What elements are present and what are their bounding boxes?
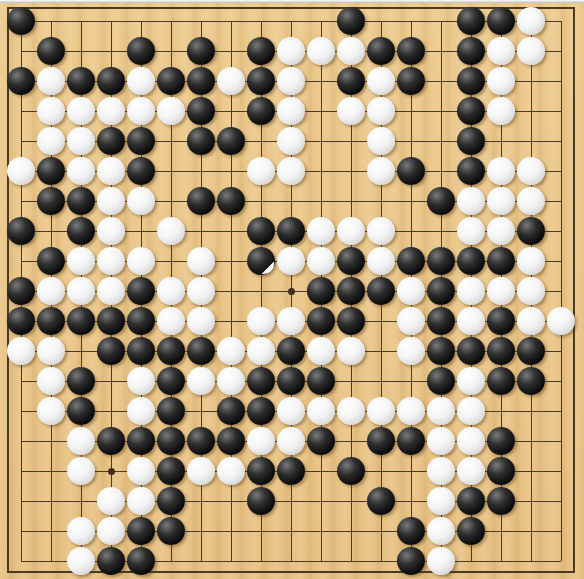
black-stone bbox=[187, 37, 215, 65]
white-stone bbox=[127, 247, 155, 275]
black-stone bbox=[307, 367, 335, 395]
white-stone bbox=[367, 217, 395, 245]
black-stone bbox=[37, 247, 65, 275]
black-stone bbox=[457, 127, 485, 155]
white-stone bbox=[67, 277, 95, 305]
white-stone bbox=[367, 67, 395, 95]
black-stone bbox=[457, 247, 485, 275]
white-stone bbox=[457, 277, 485, 305]
black-stone bbox=[217, 127, 245, 155]
black-stone bbox=[217, 427, 245, 455]
white-stone bbox=[517, 37, 545, 65]
black-stone bbox=[247, 37, 275, 65]
white-stone bbox=[187, 277, 215, 305]
black-stone bbox=[127, 337, 155, 365]
black-stone bbox=[127, 157, 155, 185]
white-stone bbox=[367, 247, 395, 275]
white-stone bbox=[97, 487, 125, 515]
black-stone bbox=[217, 187, 245, 215]
white-stone bbox=[277, 247, 305, 275]
black-stone bbox=[517, 337, 545, 365]
white-stone bbox=[517, 157, 545, 185]
white-stone bbox=[427, 427, 455, 455]
black-stone bbox=[247, 97, 275, 125]
white-stone bbox=[517, 277, 545, 305]
black-stone bbox=[67, 187, 95, 215]
white-stone bbox=[457, 427, 485, 455]
black-stone bbox=[97, 67, 125, 95]
black-stone bbox=[277, 217, 305, 245]
black-stone bbox=[247, 247, 275, 275]
white-stone bbox=[97, 247, 125, 275]
white-stone bbox=[397, 277, 425, 305]
black-stone bbox=[217, 397, 245, 425]
black-stone bbox=[187, 427, 215, 455]
white-stone bbox=[127, 97, 155, 125]
go-board[interactable] bbox=[0, 0, 584, 579]
black-stone bbox=[337, 307, 365, 335]
white-stone bbox=[457, 307, 485, 335]
black-stone bbox=[367, 487, 395, 515]
black-stone bbox=[457, 487, 485, 515]
black-stone bbox=[157, 397, 185, 425]
black-stone bbox=[457, 37, 485, 65]
white-stone bbox=[487, 67, 515, 95]
white-stone bbox=[157, 307, 185, 335]
white-stone bbox=[277, 37, 305, 65]
white-stone bbox=[517, 307, 545, 335]
white-stone bbox=[487, 217, 515, 245]
black-stone bbox=[277, 337, 305, 365]
black-stone bbox=[127, 427, 155, 455]
black-stone bbox=[37, 187, 65, 215]
white-stone bbox=[157, 97, 185, 125]
black-stone bbox=[367, 277, 395, 305]
black-stone bbox=[397, 157, 425, 185]
white-stone bbox=[337, 37, 365, 65]
white-stone bbox=[187, 367, 215, 395]
black-stone bbox=[427, 337, 455, 365]
white-stone bbox=[487, 97, 515, 125]
white-stone bbox=[397, 337, 425, 365]
white-stone bbox=[127, 457, 155, 485]
white-stone bbox=[367, 397, 395, 425]
black-stone bbox=[367, 427, 395, 455]
white-stone bbox=[517, 247, 545, 275]
black-stone bbox=[187, 127, 215, 155]
white-stone bbox=[127, 67, 155, 95]
white-stone bbox=[7, 157, 35, 185]
black-stone bbox=[337, 457, 365, 485]
hoshi-point bbox=[288, 288, 295, 295]
black-stone bbox=[337, 247, 365, 275]
white-stone bbox=[67, 157, 95, 185]
white-stone bbox=[427, 517, 455, 545]
black-stone bbox=[67, 67, 95, 95]
black-stone bbox=[157, 337, 185, 365]
black-stone bbox=[187, 97, 215, 125]
white-stone bbox=[427, 457, 455, 485]
white-stone bbox=[37, 277, 65, 305]
black-stone bbox=[127, 37, 155, 65]
black-stone bbox=[37, 307, 65, 335]
black-stone bbox=[457, 97, 485, 125]
black-stone bbox=[97, 127, 125, 155]
black-stone bbox=[397, 37, 425, 65]
white-stone bbox=[307, 247, 335, 275]
white-stone bbox=[457, 217, 485, 245]
black-stone bbox=[67, 307, 95, 335]
white-stone bbox=[67, 517, 95, 545]
black-stone bbox=[397, 247, 425, 275]
white-stone bbox=[67, 457, 95, 485]
white-stone bbox=[37, 367, 65, 395]
white-stone bbox=[367, 157, 395, 185]
black-stone bbox=[457, 517, 485, 545]
black-stone bbox=[67, 397, 95, 425]
black-stone bbox=[7, 217, 35, 245]
white-stone bbox=[247, 427, 275, 455]
black-stone bbox=[127, 277, 155, 305]
black-stone bbox=[157, 517, 185, 545]
white-stone bbox=[97, 157, 125, 185]
black-stone bbox=[127, 307, 155, 335]
screenshot-stage bbox=[0, 0, 584, 579]
black-stone bbox=[487, 487, 515, 515]
white-stone bbox=[127, 487, 155, 515]
black-stone bbox=[157, 67, 185, 95]
black-stone bbox=[487, 427, 515, 455]
white-stone bbox=[187, 247, 215, 275]
black-stone bbox=[457, 157, 485, 185]
white-stone bbox=[337, 337, 365, 365]
white-stone bbox=[37, 67, 65, 95]
white-stone bbox=[127, 187, 155, 215]
black-stone bbox=[457, 67, 485, 95]
black-stone bbox=[517, 367, 545, 395]
white-stone bbox=[457, 367, 485, 395]
black-stone bbox=[457, 7, 485, 35]
black-stone bbox=[427, 247, 455, 275]
black-stone bbox=[397, 427, 425, 455]
black-stone bbox=[487, 7, 515, 35]
white-stone bbox=[397, 397, 425, 425]
white-stone bbox=[277, 157, 305, 185]
white-stone bbox=[217, 367, 245, 395]
black-stone bbox=[277, 367, 305, 395]
white-stone bbox=[37, 97, 65, 125]
black-stone bbox=[97, 427, 125, 455]
black-stone bbox=[457, 337, 485, 365]
black-stone bbox=[157, 457, 185, 485]
white-stone bbox=[517, 187, 545, 215]
white-stone bbox=[427, 547, 455, 575]
black-stone bbox=[427, 367, 455, 395]
white-stone bbox=[157, 217, 185, 245]
white-stone bbox=[187, 457, 215, 485]
white-stone bbox=[307, 217, 335, 245]
black-stone bbox=[487, 457, 515, 485]
hoshi-point bbox=[108, 468, 115, 475]
grid-line-vertical bbox=[561, 21, 562, 561]
white-stone bbox=[217, 67, 245, 95]
black-stone bbox=[37, 37, 65, 65]
black-stone bbox=[7, 277, 35, 305]
black-stone bbox=[337, 277, 365, 305]
white-stone bbox=[397, 307, 425, 335]
white-stone bbox=[277, 67, 305, 95]
white-stone bbox=[367, 127, 395, 155]
white-stone bbox=[337, 217, 365, 245]
black-stone bbox=[247, 487, 275, 515]
black-stone bbox=[127, 517, 155, 545]
white-stone bbox=[367, 97, 395, 125]
black-stone bbox=[427, 187, 455, 215]
black-stone bbox=[157, 427, 185, 455]
white-stone bbox=[97, 97, 125, 125]
white-stone bbox=[487, 277, 515, 305]
black-stone bbox=[247, 397, 275, 425]
white-stone bbox=[337, 97, 365, 125]
black-stone bbox=[247, 67, 275, 95]
black-stone bbox=[307, 277, 335, 305]
white-stone bbox=[337, 397, 365, 425]
white-stone bbox=[457, 397, 485, 425]
white-stone bbox=[37, 337, 65, 365]
white-stone bbox=[487, 157, 515, 185]
black-stone bbox=[97, 307, 125, 335]
black-stone bbox=[487, 247, 515, 275]
black-stone bbox=[277, 457, 305, 485]
white-stone bbox=[307, 337, 335, 365]
white-stone bbox=[277, 397, 305, 425]
white-stone bbox=[97, 277, 125, 305]
white-stone bbox=[37, 397, 65, 425]
black-stone bbox=[187, 187, 215, 215]
black-stone bbox=[157, 367, 185, 395]
black-stone bbox=[97, 337, 125, 365]
white-stone bbox=[547, 307, 575, 335]
white-stone bbox=[427, 487, 455, 515]
white-stone bbox=[457, 457, 485, 485]
white-stone bbox=[127, 397, 155, 425]
black-stone bbox=[427, 307, 455, 335]
white-stone bbox=[7, 337, 35, 365]
white-stone bbox=[37, 127, 65, 155]
black-stone bbox=[307, 307, 335, 335]
black-stone bbox=[337, 7, 365, 35]
white-stone bbox=[247, 337, 275, 365]
white-stone bbox=[97, 517, 125, 545]
white-stone bbox=[67, 547, 95, 575]
white-stone bbox=[277, 427, 305, 455]
white-stone bbox=[67, 427, 95, 455]
black-stone bbox=[247, 217, 275, 245]
black-stone bbox=[397, 547, 425, 575]
white-stone bbox=[97, 187, 125, 215]
black-stone bbox=[7, 7, 35, 35]
white-stone bbox=[157, 277, 185, 305]
white-stone bbox=[277, 307, 305, 335]
black-stone bbox=[397, 517, 425, 545]
black-stone bbox=[337, 67, 365, 95]
white-stone bbox=[247, 307, 275, 335]
black-stone bbox=[67, 217, 95, 245]
white-stone bbox=[67, 127, 95, 155]
black-stone bbox=[7, 67, 35, 95]
black-stone bbox=[187, 67, 215, 95]
white-stone bbox=[217, 457, 245, 485]
black-stone bbox=[517, 217, 545, 245]
black-stone bbox=[187, 337, 215, 365]
black-stone bbox=[487, 337, 515, 365]
black-stone bbox=[397, 67, 425, 95]
black-stone bbox=[97, 547, 125, 575]
black-stone bbox=[127, 127, 155, 155]
black-stone bbox=[7, 307, 35, 335]
black-stone bbox=[427, 277, 455, 305]
black-stone bbox=[157, 487, 185, 515]
black-stone bbox=[37, 157, 65, 185]
white-stone bbox=[127, 367, 155, 395]
white-stone bbox=[187, 307, 215, 335]
white-stone bbox=[247, 157, 275, 185]
black-stone bbox=[127, 547, 155, 575]
white-stone bbox=[427, 397, 455, 425]
white-stone bbox=[307, 37, 335, 65]
white-stone bbox=[277, 127, 305, 155]
white-stone bbox=[487, 37, 515, 65]
white-stone bbox=[97, 217, 125, 245]
black-stone bbox=[487, 367, 515, 395]
white-stone bbox=[307, 397, 335, 425]
black-stone bbox=[487, 307, 515, 335]
black-stone bbox=[367, 37, 395, 65]
window-top-edge bbox=[0, 0, 584, 3]
black-stone bbox=[67, 367, 95, 395]
white-stone bbox=[67, 247, 95, 275]
black-stone bbox=[247, 457, 275, 485]
white-stone bbox=[517, 7, 545, 35]
black-stone bbox=[247, 367, 275, 395]
white-stone bbox=[217, 337, 245, 365]
white-stone bbox=[487, 187, 515, 215]
white-stone bbox=[67, 97, 95, 125]
white-stone bbox=[277, 97, 305, 125]
white-stone bbox=[457, 187, 485, 215]
black-stone bbox=[307, 427, 335, 455]
